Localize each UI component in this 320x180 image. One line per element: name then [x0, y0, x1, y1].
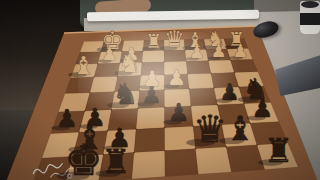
- coffee-mug-label: [300, 13, 320, 25]
- board-dot: [190, 105, 192, 107]
- square-c3: [186, 61, 211, 74]
- piece-wN-f3: ♞: [119, 49, 141, 78]
- square-g3: [94, 63, 120, 77]
- piece-wP-g2: ♟: [102, 43, 118, 64]
- square-c4: [188, 73, 214, 89]
- square-e2: [142, 50, 164, 62]
- piece-bP-d6: ♟: [168, 98, 190, 127]
- board-dot: [141, 62, 143, 64]
- piece-bR-f8: ♜: [101, 142, 131, 180]
- square-e6: [136, 107, 165, 129]
- board-dot: [163, 61, 165, 63]
- board-dot: [164, 107, 166, 109]
- square-b3: [208, 60, 234, 73]
- board-dot: [210, 73, 212, 75]
- square-c8: [196, 147, 232, 174]
- board-dot: [230, 59, 232, 61]
- video-frame: ♚♜♛♝♞♜♟♟♟♟♟♝♞♟♟♞♟♟♞♟♟♟♟♝♟♛♝♚♜♜: [0, 0, 320, 180]
- square-e7: [134, 128, 165, 153]
- board-dot: [135, 129, 137, 131]
- piece-wP-b2: ♟: [211, 40, 227, 61]
- piece-bQ-c7: ♛: [193, 107, 227, 151]
- piece-wQ-d1: ♛: [164, 25, 185, 52]
- square-e8: [132, 151, 165, 179]
- board-dot: [187, 73, 189, 75]
- piece-wB-h3: ♝: [72, 51, 94, 80]
- board-dot: [164, 74, 166, 76]
- board-dot: [208, 60, 210, 62]
- board-dot: [139, 90, 141, 92]
- board-dot: [164, 150, 166, 152]
- piece-wR-e1: ♜: [145, 30, 162, 52]
- board-dot: [142, 50, 144, 52]
- square-d8: [165, 149, 199, 177]
- board-dot: [164, 127, 166, 129]
- board-dot: [188, 88, 190, 90]
- piece-wP-a2: ♟: [233, 40, 249, 61]
- square-d7: [165, 126, 196, 151]
- piece-bP-e5: ♟: [141, 82, 162, 108]
- board-dot: [217, 104, 219, 106]
- board-dot: [164, 89, 166, 91]
- piece-bP-b5: ♟: [219, 79, 240, 105]
- piece-wP-d4: ♟: [167, 65, 186, 90]
- board-dot: [89, 92, 91, 94]
- coffee-mug: [300, 1, 320, 34]
- piece-bB-b7: ♝: [225, 109, 255, 148]
- board-dot: [97, 63, 99, 65]
- board-dot: [133, 152, 135, 154]
- square-c5: [189, 88, 217, 106]
- board-dot: [186, 61, 188, 63]
- board-dot: [213, 87, 215, 89]
- piece-bN-f5: ♞: [112, 77, 138, 111]
- piece-wP-c2: ♟: [189, 41, 205, 62]
- coffee-mug-opening: [301, 1, 319, 8]
- board-dot: [234, 72, 236, 74]
- board-dot: [256, 144, 258, 146]
- piece-bR-a8: ♜: [264, 131, 294, 170]
